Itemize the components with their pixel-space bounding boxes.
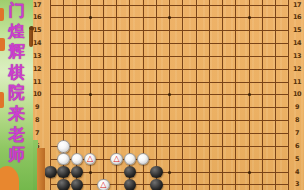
grid-line-horizontal: [50, 82, 290, 83]
row-label-right: 16: [290, 14, 304, 21]
row-label-right: 11: [290, 79, 304, 86]
black-stone[interactable]: [44, 166, 57, 179]
row-label-right: 5: [290, 156, 304, 163]
row-label-right: 13: [290, 53, 304, 60]
sidebar-char: 棋: [8, 63, 25, 84]
sidebar-char: 门: [8, 1, 25, 22]
row-label-right: 12: [290, 66, 304, 73]
grid-line-horizontal: [50, 146, 290, 147]
sidebar-char: 老: [8, 125, 25, 146]
row-label-right: 9: [290, 104, 304, 111]
white-stone[interactable]: △: [84, 153, 97, 166]
black-stone[interactable]: [124, 166, 137, 179]
row-label-right: 6: [290, 143, 304, 150]
sidebar-vertical-text: 门煌辉棋院来老师: [3, 1, 30, 166]
black-stone[interactable]: [150, 179, 163, 190]
row-label-right: 15: [290, 27, 304, 34]
star-point: [248, 16, 251, 19]
board-edge-decoration: [37, 148, 45, 190]
star-point: [168, 171, 171, 174]
grid-line-horizontal: [50, 5, 290, 6]
star-point: [248, 171, 251, 174]
white-stone[interactable]: [57, 140, 70, 153]
row-label-right: 4: [290, 169, 304, 176]
row-label-right: 10: [290, 91, 304, 98]
black-stone[interactable]: [57, 179, 70, 190]
grid-line-horizontal: [50, 56, 290, 57]
white-stone[interactable]: [71, 153, 84, 166]
star-point: [89, 171, 92, 174]
row-label-right: 7: [290, 130, 304, 137]
row-label-right: 3: [290, 181, 304, 188]
row-label-right: 8: [290, 117, 304, 124]
star-point: [89, 16, 92, 19]
white-stone[interactable]: [57, 153, 70, 166]
grid-line-horizontal: [50, 133, 290, 134]
white-stone[interactable]: △: [97, 179, 110, 190]
black-stone[interactable]: [71, 179, 84, 190]
go-board[interactable]: 1717161615151414131312121111101099887766…: [0, 0, 304, 190]
stone-marker-triangle-icon: △: [87, 155, 93, 163]
black-stone[interactable]: [150, 166, 163, 179]
white-stone[interactable]: [137, 153, 150, 166]
sidebar-char: 院: [8, 83, 25, 104]
row-label-right: 14: [290, 40, 304, 47]
white-stone[interactable]: [124, 153, 137, 166]
row-label-right: 17: [290, 2, 304, 9]
white-stone[interactable]: △: [110, 153, 123, 166]
stone-marker-triangle-icon: △: [100, 181, 106, 189]
go-app-frame: 1717161615151414131312121111101099887766…: [0, 0, 304, 190]
stone-marker-triangle-icon: △: [113, 155, 119, 163]
black-stone[interactable]: [71, 166, 84, 179]
black-stone[interactable]: [57, 166, 70, 179]
star-point: [168, 93, 171, 96]
grid-line-horizontal: [50, 184, 290, 185]
mascot-illustration: [0, 166, 19, 190]
grid-line-horizontal: [50, 107, 290, 108]
grid-line-horizontal: [50, 69, 290, 70]
sidebar-char: 煌: [8, 22, 25, 43]
hanging-ornament-icon: [29, 30, 33, 47]
sidebar-char: 师: [8, 145, 25, 166]
grid-line-horizontal: [50, 43, 290, 44]
grid-line-horizontal: [50, 30, 290, 31]
sidebar-char: 来: [8, 104, 25, 125]
grid-line-horizontal: [50, 120, 290, 121]
star-point: [168, 16, 171, 19]
sidebar-char: 辉: [8, 42, 25, 63]
black-stone[interactable]: [124, 179, 137, 190]
